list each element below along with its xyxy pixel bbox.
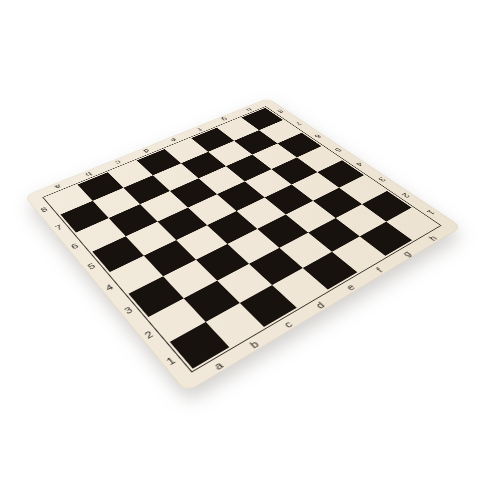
mat-shadow: 88aa77bb66cc55dd44ee33ff22gg11hh	[0, 0, 480, 480]
rank-label-left-7: 7	[50, 222, 68, 234]
rank-label-left-8: 8	[35, 204, 53, 215]
rank-label-left-5: 5	[82, 260, 101, 273]
product-photo-stage: 88aa77bb66cc55dd44ee33ff22gg11hh	[0, 0, 480, 480]
rank-label-left-1: 1	[160, 352, 182, 369]
rank-label-left-3: 3	[118, 303, 139, 318]
chess-board	[46, 108, 438, 369]
rank-label-left-2: 2	[138, 327, 159, 343]
rank-label-left-4: 4	[99, 281, 119, 295]
rank-label-left-6: 6	[65, 240, 84, 252]
chess-mat: 88aa77bb66cc55dd44ee33ff22gg11hh	[24, 98, 462, 393]
